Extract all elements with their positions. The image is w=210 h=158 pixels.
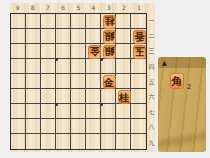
board-cell-1七[interactable] xyxy=(131,104,146,119)
board-cell-6六[interactable] xyxy=(56,89,71,104)
board-cell-8五[interactable] xyxy=(26,74,41,89)
board-cell-9八[interactable] xyxy=(11,119,26,134)
piece-gote-玉-1三[interactable]: 玉 xyxy=(133,45,146,59)
rank-label-5: 五 xyxy=(148,74,155,89)
piece-sente-金-3五[interactable]: 金 xyxy=(103,75,116,89)
board-cell-3六[interactable] xyxy=(101,89,116,104)
piece-gote-銀-3二[interactable]: 銀 xyxy=(103,30,116,44)
board-cell-3四[interactable] xyxy=(101,59,116,74)
board-cell-9五[interactable] xyxy=(11,74,26,89)
file-label-3: 3 xyxy=(101,3,116,13)
board-cell-1九[interactable] xyxy=(131,134,146,149)
rank-label-9: 九 xyxy=(148,135,155,150)
rank-label-6: 六 xyxy=(148,89,155,104)
board-cell-5四[interactable] xyxy=(71,59,86,74)
rank-label-2: 二 xyxy=(148,28,155,43)
board-cell-8九[interactable] xyxy=(26,134,41,149)
board-cell-7七[interactable] xyxy=(41,104,56,119)
board-cell-5七[interactable] xyxy=(71,104,86,119)
rank-label-7: 七 xyxy=(148,104,155,119)
star-point xyxy=(55,58,58,61)
rank-label-1: 一 xyxy=(148,13,155,28)
board-cell-6五[interactable] xyxy=(56,74,71,89)
board-cell-7八[interactable] xyxy=(41,119,56,134)
hand-piece-label: 角 xyxy=(172,75,183,88)
board-cell-6一[interactable] xyxy=(56,14,71,29)
file-label-7: 7 xyxy=(40,3,55,13)
rank-label-8: 八 xyxy=(148,119,155,134)
board-cell-5三[interactable] xyxy=(71,44,86,59)
board-cell-7九[interactable] xyxy=(41,134,56,149)
board-cell-9七[interactable] xyxy=(11,104,26,119)
board-cell-1五[interactable] xyxy=(131,74,146,89)
board-cell-7二[interactable] xyxy=(41,29,56,44)
board-cell-2三[interactable] xyxy=(116,44,131,59)
board-cell-9九[interactable] xyxy=(11,134,26,149)
board-cell-9二[interactable] xyxy=(11,29,26,44)
board-cell-4六[interactable] xyxy=(86,89,101,104)
board-cell-6七[interactable] xyxy=(56,104,71,119)
board-cell-3七[interactable] xyxy=(101,104,116,119)
board-cell-2四[interactable] xyxy=(116,59,131,74)
board-cell-2一[interactable] xyxy=(116,14,131,29)
board-cell-8四[interactable] xyxy=(26,59,41,74)
piece-gote-金-4三[interactable]: 金 xyxy=(88,45,101,59)
piece-gote-香-1二[interactable]: 香 xyxy=(133,30,146,44)
board-cell-1六[interactable] xyxy=(131,89,146,104)
hand-piece-count: 2 xyxy=(187,83,191,91)
file-label-1: 1 xyxy=(132,3,147,13)
board-cell-8一[interactable] xyxy=(26,14,41,29)
board-cell-2二[interactable] xyxy=(116,29,131,44)
board-cell-2九[interactable] xyxy=(116,134,131,149)
board-cell-1八[interactable] xyxy=(131,119,146,134)
board-cell-8二[interactable] xyxy=(26,29,41,44)
board-cell-5五[interactable] xyxy=(71,74,86,89)
board-cell-9六[interactable] xyxy=(11,89,26,104)
board-cell-6九[interactable] xyxy=(56,134,71,149)
board-cell-8三[interactable] xyxy=(26,44,41,59)
board-grid: 桂銀香金銀玉金桂 xyxy=(10,13,147,150)
board-cell-2七[interactable] xyxy=(116,104,131,119)
board-cell-7四[interactable] xyxy=(41,59,56,74)
file-label-4: 4 xyxy=(86,3,101,13)
board-cell-6四[interactable] xyxy=(56,59,71,74)
board-cell-5八[interactable] xyxy=(71,119,86,134)
board-cell-5二[interactable] xyxy=(71,29,86,44)
star-point xyxy=(100,103,103,106)
board-cell-4五[interactable] xyxy=(86,74,101,89)
board-cell-7三[interactable] xyxy=(41,44,56,59)
file-label-2: 2 xyxy=(116,3,131,13)
sente-marker-icon: ▲ xyxy=(162,57,167,68)
board-cell-5六[interactable] xyxy=(71,89,86,104)
shogi-board: 987654321 桂銀香金銀玉金桂 一二三四五六七八九 xyxy=(10,3,155,152)
board-cell-3九[interactable] xyxy=(101,134,116,149)
board-cell-6三[interactable] xyxy=(56,44,71,59)
board-cell-7一[interactable] xyxy=(41,14,56,29)
rank-label-3: 三 xyxy=(148,43,155,58)
board-cell-4八[interactable] xyxy=(86,119,101,134)
star-point xyxy=(55,103,58,106)
board-cell-6二[interactable] xyxy=(56,29,71,44)
rank-label-4: 四 xyxy=(148,59,155,74)
board-cell-4一[interactable] xyxy=(86,14,101,29)
piece-gote-桂-3一[interactable]: 桂 xyxy=(103,15,116,29)
board-cell-5一[interactable] xyxy=(71,14,86,29)
rank-labels: 一二三四五六七八九 xyxy=(148,13,155,150)
piece-sente-桂-2六[interactable]: 桂 xyxy=(118,90,131,104)
board-cell-7五[interactable] xyxy=(41,74,56,89)
board-cell-6八[interactable] xyxy=(56,119,71,134)
board-cell-4四[interactable] xyxy=(86,59,101,74)
board-cell-4七[interactable] xyxy=(86,104,101,119)
file-labels: 987654321 xyxy=(10,3,147,13)
board-cell-3八[interactable] xyxy=(101,119,116,134)
file-label-6: 6 xyxy=(56,3,71,13)
piece-gote-銀-3三[interactable]: 銀 xyxy=(103,45,116,59)
hand-piece-bishop[interactable]: 角 xyxy=(170,73,184,89)
board-cell-2八[interactable] xyxy=(116,119,131,134)
file-label-8: 8 xyxy=(25,3,40,13)
board-cell-5九[interactable] xyxy=(71,134,86,149)
board-cell-4二[interactable] xyxy=(86,29,101,44)
board-cell-4九[interactable] xyxy=(86,134,101,149)
board-cell-9一[interactable] xyxy=(11,14,26,29)
board-cell-1四[interactable] xyxy=(131,59,146,74)
board-cell-1一[interactable] xyxy=(131,14,146,29)
board-cell-8八[interactable] xyxy=(26,119,41,134)
board-cell-2五[interactable] xyxy=(116,74,131,89)
board-cell-7六[interactable] xyxy=(41,89,56,104)
board-cell-8六[interactable] xyxy=(26,89,41,104)
board-cell-9三[interactable] xyxy=(11,44,26,59)
board-cell-9四[interactable] xyxy=(11,59,26,74)
file-label-5: 5 xyxy=(71,3,86,13)
komadai-sente: ▲ 角 2 xyxy=(158,57,206,152)
board-cell-8七[interactable] xyxy=(26,104,41,119)
file-label-9: 9 xyxy=(10,3,25,13)
